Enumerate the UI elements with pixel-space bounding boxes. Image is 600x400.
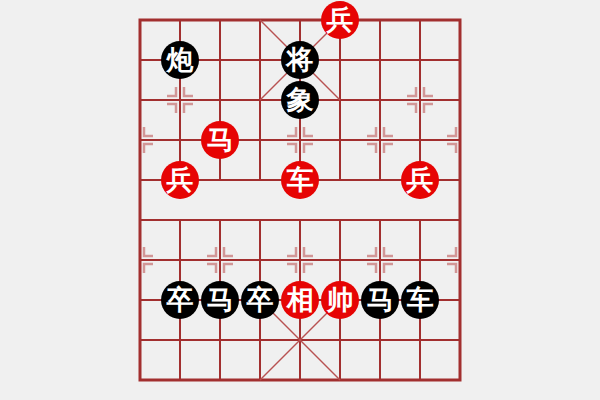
- piece-black-elephant[interactable]: 象: [281, 81, 319, 119]
- piece-black-horse[interactable]: 马: [201, 281, 239, 319]
- piece-black-soldier[interactable]: 卒: [241, 281, 279, 319]
- piece-black-chariot[interactable]: 车: [401, 281, 439, 319]
- piece-black-soldier[interactable]: 卒: [161, 281, 199, 319]
- page-background: 兵炮将象马兵车兵卒马卒相帅马车: [0, 0, 600, 400]
- piece-red-soldier[interactable]: 兵: [161, 161, 199, 199]
- piece-red-chariot[interactable]: 车: [281, 161, 319, 199]
- piece-red-soldier[interactable]: 兵: [401, 161, 439, 199]
- xiangqi-board[interactable]: 兵炮将象马兵车兵卒马卒相帅马车: [140, 20, 460, 380]
- piece-red-soldier[interactable]: 兵: [321, 1, 359, 39]
- piece-black-cannon[interactable]: 炮: [161, 41, 199, 79]
- piece-black-horse[interactable]: 马: [361, 281, 399, 319]
- piece-red-horse[interactable]: 马: [201, 121, 239, 159]
- piece-black-general[interactable]: 将: [281, 41, 319, 79]
- piece-red-elephant[interactable]: 相: [281, 281, 319, 319]
- board-points-grid: 兵炮将象马兵车兵卒马卒相帅马车: [120, 0, 480, 400]
- piece-red-general[interactable]: 帅: [321, 281, 359, 319]
